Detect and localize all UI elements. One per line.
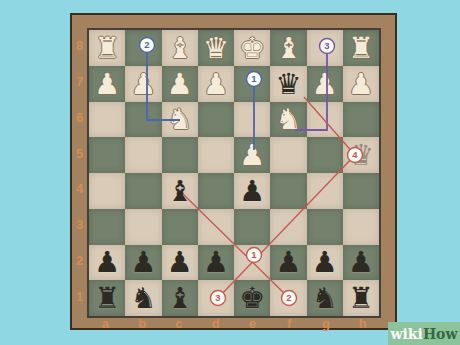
square-d3 [198,209,234,245]
square-h6 [343,102,379,138]
square-f6: ♞ [270,102,306,138]
illustration-canvas: 87654321 abcdefgh ♜♝♛♚♝♜♟♟♟♟♛♟♟♞♞♟♛♝♟♟♟♟… [0,0,460,345]
white-knight-f6: ♞ [275,102,301,136]
rank-label-4: 4 [72,171,87,207]
square-c6: ♞ [162,102,198,138]
square-g8 [307,30,343,66]
black-queen-f7: ♛ [275,67,301,101]
square-c1: ♝ [162,280,198,316]
black-pawn-d2: ♟ [203,245,229,279]
rank-label-8: 8 [72,28,87,64]
square-b7: ♟ [125,66,161,102]
file-labels: abcdefgh [87,316,381,331]
square-f2: ♟ [270,245,306,281]
square-c7: ♟ [162,66,198,102]
black-pawn-e4: ♟ [239,174,265,208]
square-a6 [89,102,125,138]
watermark-how-text: How [423,326,458,342]
white-rook-a8: ♜ [94,31,120,65]
square-b2: ♟ [125,245,161,281]
black-pawn-a2: ♟ [94,245,120,279]
ghost-queen-h5: ♛ [348,138,374,172]
square-g4 [307,173,343,209]
square-e3 [234,209,270,245]
rank-label-1: 1 [72,278,87,314]
white-pawn-a7: ♟ [94,67,120,101]
white-pawn-h7: ♟ [348,67,374,101]
square-b8 [125,30,161,66]
file-label-h: h [344,316,381,331]
white-rook-h8: ♜ [348,31,374,65]
square-h3 [343,209,379,245]
rank-label-5: 5 [72,135,87,171]
square-g3 [307,209,343,245]
square-c3 [162,209,198,245]
rank-label-6: 6 [72,100,87,136]
square-f5 [270,137,306,173]
square-b6 [125,102,161,138]
watermark-wiki-text: wiki [390,326,422,342]
square-c5 [162,137,198,173]
square-g6 [307,102,343,138]
square-e8: ♚ [234,30,270,66]
square-f7: ♛ [270,66,306,102]
chess-board: ♜♝♛♚♝♜♟♟♟♟♛♟♟♞♞♟♛♝♟♟♟♟♟♟♟♟♜♞♝♚♞♜ [87,28,381,318]
white-bishop-f8: ♝ [275,31,301,65]
white-pawn-c7: ♟ [167,67,193,101]
square-c2: ♟ [162,245,198,281]
black-pawn-c2: ♟ [167,245,193,279]
square-d5 [198,137,234,173]
white-pawn-e5: ♟ [239,138,265,172]
white-queen-d8: ♛ [203,31,229,65]
square-e6 [234,102,270,138]
square-d8: ♛ [198,30,234,66]
white-bishop-c8: ♝ [167,31,193,65]
square-g7: ♟ [307,66,343,102]
file-label-b: b [124,316,161,331]
square-c4: ♝ [162,173,198,209]
file-label-c: c [161,316,198,331]
file-label-g: g [308,316,345,331]
black-pawn-f2: ♟ [275,245,301,279]
square-h5: ♛ [343,137,379,173]
square-b1: ♞ [125,280,161,316]
square-a4 [89,173,125,209]
rank-label-7: 7 [72,64,87,100]
black-pawn-h2: ♟ [348,245,374,279]
square-h4 [343,173,379,209]
square-d1 [198,280,234,316]
square-f3 [270,209,306,245]
square-f1 [270,280,306,316]
square-b4 [125,173,161,209]
square-h8: ♜ [343,30,379,66]
black-bishop-c1: ♝ [167,281,193,315]
black-rook-h1: ♜ [348,281,374,315]
square-a7: ♟ [89,66,125,102]
black-knight-b1: ♞ [130,281,156,315]
file-label-e: e [234,316,271,331]
square-d7: ♟ [198,66,234,102]
file-label-d: d [197,316,234,331]
square-d2: ♟ [198,245,234,281]
black-bishop-c4: ♝ [167,174,193,208]
square-a5 [89,137,125,173]
square-f8: ♝ [270,30,306,66]
square-g1: ♞ [307,280,343,316]
rank-labels: 87654321 [72,28,87,314]
square-c8: ♝ [162,30,198,66]
white-pawn-d7: ♟ [203,67,229,101]
file-label-f: f [271,316,308,331]
square-d6 [198,102,234,138]
square-a1: ♜ [89,280,125,316]
square-a2: ♟ [89,245,125,281]
square-e2 [234,245,270,281]
black-pawn-g2: ♟ [312,245,338,279]
black-pawn-b2: ♟ [130,245,156,279]
square-h7: ♟ [343,66,379,102]
rank-label-3: 3 [72,207,87,243]
square-b5 [125,137,161,173]
square-h2: ♟ [343,245,379,281]
black-king-e1: ♚ [239,281,265,315]
square-b3 [125,209,161,245]
black-knight-g1: ♞ [312,281,338,315]
square-h1: ♜ [343,280,379,316]
wikihow-watermark: wikiHow [388,322,460,345]
square-e4: ♟ [234,173,270,209]
square-g5 [307,137,343,173]
square-e7 [234,66,270,102]
square-e1: ♚ [234,280,270,316]
file-label-a: a [87,316,124,331]
square-d4 [198,173,234,209]
white-knight-c6: ♞ [167,102,193,136]
chess-board-frame: 87654321 abcdefgh ♜♝♛♚♝♜♟♟♟♟♛♟♟♞♞♟♛♝♟♟♟♟… [70,13,397,330]
white-pawn-g7: ♟ [312,67,338,101]
square-e5: ♟ [234,137,270,173]
white-pawn-b7: ♟ [130,67,156,101]
black-rook-a1: ♜ [94,281,120,315]
rank-label-2: 2 [72,243,87,279]
white-king-e8: ♚ [239,31,265,65]
square-f4 [270,173,306,209]
square-g2: ♟ [307,245,343,281]
square-a8: ♜ [89,30,125,66]
square-a3 [89,209,125,245]
